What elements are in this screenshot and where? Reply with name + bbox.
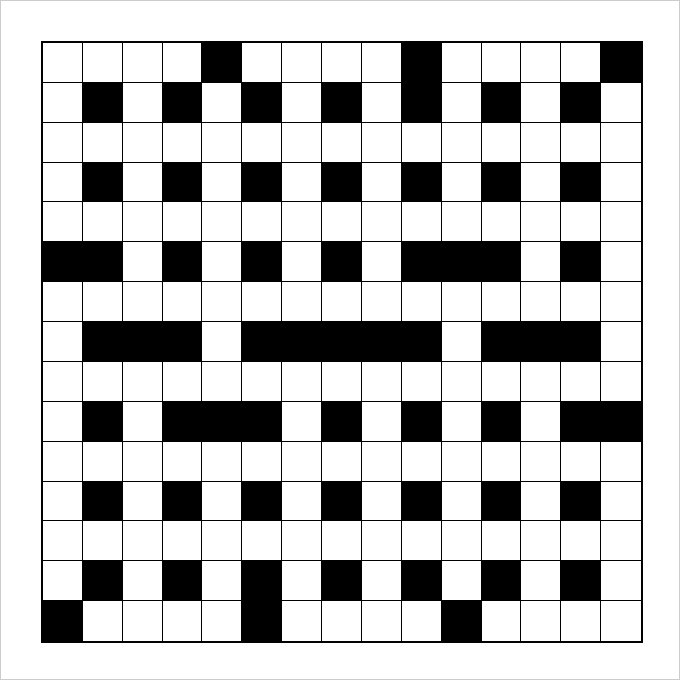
block-cell-r5c1 bbox=[83, 242, 123, 282]
cell-r8c10[interactable] bbox=[442, 362, 482, 402]
cell-r8c4[interactable] bbox=[202, 362, 242, 402]
cell-r14c11[interactable] bbox=[482, 601, 522, 641]
block-cell-r5c11 bbox=[482, 242, 522, 282]
block-cell-r5c7 bbox=[322, 242, 362, 282]
block-cell-r9c3 bbox=[163, 402, 203, 442]
cell-r0c2[interactable] bbox=[123, 43, 163, 83]
cell-r1c12[interactable] bbox=[521, 83, 561, 123]
cell-r3c6[interactable] bbox=[282, 163, 322, 203]
cell-r11c8[interactable] bbox=[362, 482, 402, 522]
cell-r6c5[interactable] bbox=[242, 282, 282, 322]
cell-r8c9[interactable] bbox=[402, 362, 442, 402]
cell-r8c6[interactable] bbox=[282, 362, 322, 402]
block-cell-r3c1 bbox=[83, 163, 123, 203]
cell-r3c12[interactable] bbox=[521, 163, 561, 203]
cell-r10c3[interactable] bbox=[163, 442, 203, 482]
cell-r14c12[interactable] bbox=[521, 601, 561, 641]
cell-r8c13[interactable] bbox=[561, 362, 601, 402]
cell-r5c6[interactable] bbox=[282, 242, 322, 282]
cell-r10c10[interactable] bbox=[442, 442, 482, 482]
cell-r4c4[interactable] bbox=[202, 202, 242, 242]
cell-r8c14[interactable] bbox=[601, 362, 641, 402]
cell-r10c6[interactable] bbox=[282, 442, 322, 482]
cell-r12c7[interactable] bbox=[322, 521, 362, 561]
cell-r2c14[interactable] bbox=[601, 123, 641, 163]
cell-r6c3[interactable] bbox=[163, 282, 203, 322]
cell-r2c5[interactable] bbox=[242, 123, 282, 163]
cell-r10c14[interactable] bbox=[601, 442, 641, 482]
cell-r4c14[interactable] bbox=[601, 202, 641, 242]
cell-r0c13[interactable] bbox=[561, 43, 601, 83]
cell-r14c4[interactable] bbox=[202, 601, 242, 641]
cell-r9c12[interactable] bbox=[521, 402, 561, 442]
cell-r11c0[interactable] bbox=[43, 482, 83, 522]
block-cell-r7c13 bbox=[561, 322, 601, 362]
cell-r14c13[interactable] bbox=[561, 601, 601, 641]
cell-r4c5[interactable] bbox=[242, 202, 282, 242]
cell-r12c14[interactable] bbox=[601, 521, 641, 561]
cell-r14c2[interactable] bbox=[123, 601, 163, 641]
cell-r2c0[interactable] bbox=[43, 123, 83, 163]
block-cell-r11c3 bbox=[163, 482, 203, 522]
cell-r12c8[interactable] bbox=[362, 521, 402, 561]
cell-r2c12[interactable] bbox=[521, 123, 561, 163]
cell-r5c12[interactable] bbox=[521, 242, 561, 282]
cell-r11c14[interactable] bbox=[601, 482, 641, 522]
block-cell-r7c1 bbox=[83, 322, 123, 362]
cell-r9c6[interactable] bbox=[282, 402, 322, 442]
cell-r6c1[interactable] bbox=[83, 282, 123, 322]
block-cell-r0c4 bbox=[202, 43, 242, 83]
block-cell-r0c14 bbox=[601, 43, 641, 83]
cell-r13c12[interactable] bbox=[521, 561, 561, 601]
cell-r8c2[interactable] bbox=[123, 362, 163, 402]
cell-r9c8[interactable] bbox=[362, 402, 402, 442]
block-cell-r9c5 bbox=[242, 402, 282, 442]
cell-r2c13[interactable] bbox=[561, 123, 601, 163]
block-cell-r9c13 bbox=[561, 402, 601, 442]
cell-r5c4[interactable] bbox=[202, 242, 242, 282]
cell-r0c12[interactable] bbox=[521, 43, 561, 83]
block-cell-r13c1 bbox=[83, 561, 123, 601]
cell-r8c3[interactable] bbox=[163, 362, 203, 402]
cell-r1c10[interactable] bbox=[442, 83, 482, 123]
cell-r12c11[interactable] bbox=[482, 521, 522, 561]
cell-r7c4[interactable] bbox=[202, 322, 242, 362]
cell-r6c7[interactable] bbox=[322, 282, 362, 322]
cell-r3c0[interactable] bbox=[43, 163, 83, 203]
cell-r10c11[interactable] bbox=[482, 442, 522, 482]
cell-r6c0[interactable] bbox=[43, 282, 83, 322]
cell-r12c5[interactable] bbox=[242, 521, 282, 561]
block-cell-r7c12 bbox=[521, 322, 561, 362]
cell-r4c12[interactable] bbox=[521, 202, 561, 242]
cell-r13c2[interactable] bbox=[123, 561, 163, 601]
cell-r10c13[interactable] bbox=[561, 442, 601, 482]
block-cell-r14c0 bbox=[43, 601, 83, 641]
cell-r8c8[interactable] bbox=[362, 362, 402, 402]
cell-r9c2[interactable] bbox=[123, 402, 163, 442]
cell-r8c5[interactable] bbox=[242, 362, 282, 402]
cell-r10c1[interactable] bbox=[83, 442, 123, 482]
cell-r0c5[interactable] bbox=[242, 43, 282, 83]
cell-r9c0[interactable] bbox=[43, 402, 83, 442]
cell-r3c8[interactable] bbox=[362, 163, 402, 203]
cell-r6c10[interactable] bbox=[442, 282, 482, 322]
cell-r4c13[interactable] bbox=[561, 202, 601, 242]
block-cell-r9c14 bbox=[601, 402, 641, 442]
cell-r13c0[interactable] bbox=[43, 561, 83, 601]
block-cell-r1c13 bbox=[561, 83, 601, 123]
block-cell-r9c11 bbox=[482, 402, 522, 442]
block-cell-r3c13 bbox=[561, 163, 601, 203]
cell-r14c3[interactable] bbox=[163, 601, 203, 641]
block-cell-r13c11 bbox=[482, 561, 522, 601]
cell-r12c13[interactable] bbox=[561, 521, 601, 561]
cell-r12c10[interactable] bbox=[442, 521, 482, 561]
cell-r12c12[interactable] bbox=[521, 521, 561, 561]
cell-r11c4[interactable] bbox=[202, 482, 242, 522]
cell-r4c2[interactable] bbox=[123, 202, 163, 242]
cell-r8c0[interactable] bbox=[43, 362, 83, 402]
cell-r0c7[interactable] bbox=[322, 43, 362, 83]
cell-r5c2[interactable] bbox=[123, 242, 163, 282]
cell-r3c10[interactable] bbox=[442, 163, 482, 203]
cell-r1c8[interactable] bbox=[362, 83, 402, 123]
block-cell-r5c5 bbox=[242, 242, 282, 282]
block-cell-r7c9 bbox=[402, 322, 442, 362]
block-cell-r5c13 bbox=[561, 242, 601, 282]
cell-r12c2[interactable] bbox=[123, 521, 163, 561]
cell-r12c3[interactable] bbox=[163, 521, 203, 561]
cell-r9c10[interactable] bbox=[442, 402, 482, 442]
cell-r3c4[interactable] bbox=[202, 163, 242, 203]
block-cell-r1c11 bbox=[482, 83, 522, 123]
block-cell-r3c11 bbox=[482, 163, 522, 203]
block-cell-r14c5 bbox=[242, 601, 282, 641]
cell-r0c3[interactable] bbox=[163, 43, 203, 83]
cell-r1c2[interactable] bbox=[123, 83, 163, 123]
cell-r13c6[interactable] bbox=[282, 561, 322, 601]
cell-r8c11[interactable] bbox=[482, 362, 522, 402]
cell-r2c6[interactable] bbox=[282, 123, 322, 163]
cell-r11c12[interactable] bbox=[521, 482, 561, 522]
cell-r6c14[interactable] bbox=[601, 282, 641, 322]
cell-r2c4[interactable] bbox=[202, 123, 242, 163]
block-cell-r7c7 bbox=[322, 322, 362, 362]
block-cell-r1c1 bbox=[83, 83, 123, 123]
cell-r3c14[interactable] bbox=[601, 163, 641, 203]
cell-r0c11[interactable] bbox=[482, 43, 522, 83]
block-cell-r9c9 bbox=[402, 402, 442, 442]
block-cell-r13c13 bbox=[561, 561, 601, 601]
cell-r4c3[interactable] bbox=[163, 202, 203, 242]
cell-r11c6[interactable] bbox=[282, 482, 322, 522]
cell-r7c0[interactable] bbox=[43, 322, 83, 362]
cell-r10c7[interactable] bbox=[322, 442, 362, 482]
cell-r12c4[interactable] bbox=[202, 521, 242, 561]
cell-r10c9[interactable] bbox=[402, 442, 442, 482]
cell-r11c10[interactable] bbox=[442, 482, 482, 522]
block-cell-r13c7 bbox=[322, 561, 362, 601]
cell-r11c2[interactable] bbox=[123, 482, 163, 522]
cell-r14c8[interactable] bbox=[362, 601, 402, 641]
cell-r10c4[interactable] bbox=[202, 442, 242, 482]
cell-r13c10[interactable] bbox=[442, 561, 482, 601]
cell-r7c10[interactable] bbox=[442, 322, 482, 362]
cell-r6c9[interactable] bbox=[402, 282, 442, 322]
cell-r1c14[interactable] bbox=[601, 83, 641, 123]
cell-r1c0[interactable] bbox=[43, 83, 83, 123]
cell-r2c9[interactable] bbox=[402, 123, 442, 163]
cell-r8c12[interactable] bbox=[521, 362, 561, 402]
cell-r13c8[interactable] bbox=[362, 561, 402, 601]
cell-r14c1[interactable] bbox=[83, 601, 123, 641]
block-cell-r11c11 bbox=[482, 482, 522, 522]
cell-r12c0[interactable] bbox=[43, 521, 83, 561]
cell-r8c7[interactable] bbox=[322, 362, 362, 402]
block-cell-r11c9 bbox=[402, 482, 442, 522]
block-cell-r5c3 bbox=[163, 242, 203, 282]
cell-r3c2[interactable] bbox=[123, 163, 163, 203]
cell-r4c10[interactable] bbox=[442, 202, 482, 242]
cell-r4c11[interactable] bbox=[482, 202, 522, 242]
cell-r13c14[interactable] bbox=[601, 561, 641, 601]
cell-r6c6[interactable] bbox=[282, 282, 322, 322]
block-cell-r7c5 bbox=[242, 322, 282, 362]
cell-r5c14[interactable] bbox=[601, 242, 641, 282]
cell-r13c4[interactable] bbox=[202, 561, 242, 601]
cell-r10c5[interactable] bbox=[242, 442, 282, 482]
cell-r2c11[interactable] bbox=[482, 123, 522, 163]
block-cell-r0c9 bbox=[402, 43, 442, 83]
cell-r6c13[interactable] bbox=[561, 282, 601, 322]
block-cell-r7c8 bbox=[362, 322, 402, 362]
cell-r0c1[interactable] bbox=[83, 43, 123, 83]
block-cell-r3c3 bbox=[163, 163, 203, 203]
cell-r14c9[interactable] bbox=[402, 601, 442, 641]
cell-r2c8[interactable] bbox=[362, 123, 402, 163]
cell-r2c10[interactable] bbox=[442, 123, 482, 163]
cell-r12c1[interactable] bbox=[83, 521, 123, 561]
block-cell-r11c7 bbox=[322, 482, 362, 522]
cell-r4c9[interactable] bbox=[402, 202, 442, 242]
cell-r10c0[interactable] bbox=[43, 442, 83, 482]
cell-r0c6[interactable] bbox=[282, 43, 322, 83]
block-cell-r13c9 bbox=[402, 561, 442, 601]
block-cell-r11c5 bbox=[242, 482, 282, 522]
block-cell-r5c10 bbox=[442, 242, 482, 282]
block-cell-r11c13 bbox=[561, 482, 601, 522]
block-cell-r7c2 bbox=[123, 322, 163, 362]
cell-r4c6[interactable] bbox=[282, 202, 322, 242]
cell-r0c0[interactable] bbox=[43, 43, 83, 83]
cell-r5c8[interactable] bbox=[362, 242, 402, 282]
cell-r4c8[interactable] bbox=[362, 202, 402, 242]
cell-r4c0[interactable] bbox=[43, 202, 83, 242]
block-cell-r13c5 bbox=[242, 561, 282, 601]
cell-r4c1[interactable] bbox=[83, 202, 123, 242]
cell-r10c12[interactable] bbox=[521, 442, 561, 482]
page bbox=[0, 0, 680, 680]
cell-r6c12[interactable] bbox=[521, 282, 561, 322]
block-cell-r5c0 bbox=[43, 242, 83, 282]
crossword-grid bbox=[41, 41, 643, 643]
cell-r10c2[interactable] bbox=[123, 442, 163, 482]
cell-r0c10[interactable] bbox=[442, 43, 482, 83]
cell-r6c2[interactable] bbox=[123, 282, 163, 322]
block-cell-r3c5 bbox=[242, 163, 282, 203]
cell-r12c9[interactable] bbox=[402, 521, 442, 561]
cell-r4c7[interactable] bbox=[322, 202, 362, 242]
block-cell-r9c4 bbox=[202, 402, 242, 442]
block-cell-r3c9 bbox=[402, 163, 442, 203]
block-cell-r1c7 bbox=[322, 83, 362, 123]
block-cell-r9c7 bbox=[322, 402, 362, 442]
block-cell-r7c6 bbox=[282, 322, 322, 362]
block-cell-r14c10 bbox=[442, 601, 482, 641]
block-cell-r3c7 bbox=[322, 163, 362, 203]
block-cell-r7c11 bbox=[482, 322, 522, 362]
cell-r10c8[interactable] bbox=[362, 442, 402, 482]
cell-r2c2[interactable] bbox=[123, 123, 163, 163]
cell-r7c14[interactable] bbox=[601, 322, 641, 362]
cell-r8c1[interactable] bbox=[83, 362, 123, 402]
block-cell-r5c9 bbox=[402, 242, 442, 282]
cell-r1c6[interactable] bbox=[282, 83, 322, 123]
cell-r6c8[interactable] bbox=[362, 282, 402, 322]
block-cell-r7c3 bbox=[163, 322, 203, 362]
block-cell-r13c3 bbox=[163, 561, 203, 601]
cell-r0c8[interactable] bbox=[362, 43, 402, 83]
block-cell-r9c1 bbox=[83, 402, 123, 442]
cell-r2c1[interactable] bbox=[83, 123, 123, 163]
cell-r14c7[interactable] bbox=[322, 601, 362, 641]
block-cell-r1c5 bbox=[242, 83, 282, 123]
cell-r12c6[interactable] bbox=[282, 521, 322, 561]
cell-r14c14[interactable] bbox=[601, 601, 641, 641]
cell-r1c4[interactable] bbox=[202, 83, 242, 123]
cell-r6c4[interactable] bbox=[202, 282, 242, 322]
cell-r14c6[interactable] bbox=[282, 601, 322, 641]
cell-r2c7[interactable] bbox=[322, 123, 362, 163]
block-cell-r1c9 bbox=[402, 83, 442, 123]
block-cell-r1c3 bbox=[163, 83, 203, 123]
cell-r2c3[interactable] bbox=[163, 123, 203, 163]
block-cell-r11c1 bbox=[83, 482, 123, 522]
cell-r6c11[interactable] bbox=[482, 282, 522, 322]
